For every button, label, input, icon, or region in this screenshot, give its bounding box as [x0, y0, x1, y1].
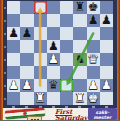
flag-emblem — [23, 112, 27, 115]
square-d8[interactable] — [47, 1, 60, 14]
square-b8[interactable] — [20, 1, 33, 14]
square-b6[interactable]: ♟ — [20, 27, 33, 40]
black-pawn: ♟ — [100, 14, 113, 27]
square-f6[interactable] — [73, 27, 86, 40]
black-pawn: ♟ — [87, 14, 100, 27]
square-e2[interactable] — [60, 79, 73, 92]
square-e4[interactable] — [60, 53, 73, 66]
square-h2[interactable]: ♟ — [100, 79, 113, 92]
board-frame-rank-ticks — [3, 0, 7, 105]
square-a5[interactable] — [7, 40, 20, 53]
square-c3[interactable] — [34, 66, 47, 79]
card-right-edge — [117, 0, 120, 120]
square-a4[interactable] — [7, 53, 20, 66]
chess-puzzle-card: ♜♚♟♟♟♟♟♟♞♛♟♟♛♟♟♜♜♚ First Saturday sakk-m… — [0, 0, 120, 120]
square-g4[interactable]: ♛ — [87, 53, 100, 66]
square-h6[interactable] — [100, 27, 113, 40]
white-pawn: ♟ — [100, 79, 113, 92]
square-g6[interactable] — [87, 27, 100, 40]
square-c5[interactable] — [34, 40, 47, 53]
square-e7[interactable] — [60, 14, 73, 27]
square-c4[interactable] — [34, 53, 47, 66]
sakk-mester-label: sakk-mester — [88, 110, 117, 120]
square-d4[interactable]: ♟ — [47, 53, 60, 66]
square-d7[interactable] — [47, 14, 60, 27]
square-d1[interactable] — [47, 92, 60, 105]
black-queen: ♛ — [47, 79, 60, 92]
square-a2[interactable]: ♟ — [7, 79, 20, 92]
white-queen: ♛ — [87, 53, 100, 66]
square-b2[interactable]: ♟ — [20, 79, 33, 92]
square-h1[interactable] — [100, 92, 113, 105]
square-b4[interactable] — [20, 53, 33, 66]
square-a6[interactable]: ♟ — [7, 27, 20, 40]
white-rook: ♜ — [34, 92, 47, 105]
sakk-mester-link[interactable]: sakk-mester blog.hu — [88, 108, 117, 120]
square-h7[interactable]: ♟ — [100, 14, 113, 27]
square-f8[interactable]: ♜ — [73, 1, 86, 14]
square-c7[interactable] — [34, 14, 47, 27]
square-f3[interactable] — [73, 66, 86, 79]
white-pawn: ♟ — [7, 79, 20, 92]
blog-hu-label: blog.hu — [88, 120, 117, 121]
square-f7[interactable] — [73, 14, 86, 27]
black-pawn: ♟ — [20, 27, 33, 40]
black-rook: ♜ — [73, 1, 86, 14]
white-pawn: ♟ — [47, 53, 60, 66]
square-f1[interactable]: ♜ — [73, 92, 86, 105]
square-e6[interactable] — [60, 27, 73, 40]
black-pawn: ♟ — [7, 27, 20, 40]
logo-caption — [27, 116, 42, 120]
square-g1[interactable]: ♚ — [87, 92, 100, 105]
banner: First Saturday sakk-mester blog.hu — [3, 108, 117, 120]
square-e3[interactable] — [60, 66, 73, 79]
square-e5[interactable] — [60, 40, 73, 53]
square-e8[interactable] — [60, 1, 73, 14]
black-knight: ♞ — [73, 53, 86, 66]
white-rook: ♜ — [73, 92, 86, 105]
white-pawn: ♟ — [20, 79, 33, 92]
square-b5[interactable] — [20, 40, 33, 53]
square-c1[interactable]: ♜ — [34, 92, 47, 105]
square-b1[interactable] — [20, 92, 33, 105]
hungarian-flag-logo — [3, 108, 49, 120]
square-h5[interactable] — [100, 40, 113, 53]
event-title-line2: Saturday — [55, 115, 88, 121]
square-c8[interactable] — [34, 1, 47, 14]
square-h4[interactable] — [100, 53, 113, 66]
chess-board: ♜♚♟♟♟♟♟♟♞♛♟♟♛♟♟♜♜♚ — [7, 1, 113, 105]
square-e1[interactable] — [60, 92, 73, 105]
square-a1[interactable] — [7, 92, 20, 105]
square-f4[interactable]: ♞ — [73, 53, 86, 66]
square-a8[interactable] — [7, 1, 20, 14]
square-g7[interactable]: ♟ — [87, 14, 100, 27]
square-c6[interactable] — [34, 27, 47, 40]
event-title: First Saturday — [55, 109, 88, 121]
white-king: ♚ — [87, 92, 100, 105]
square-d2[interactable]: ♛ — [47, 79, 60, 92]
